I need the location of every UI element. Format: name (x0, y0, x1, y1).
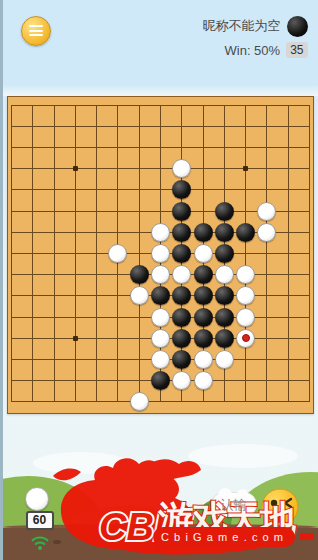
opponent-win-rate: Win: 50% (225, 43, 281, 58)
black-stone (130, 265, 149, 284)
white-stone (236, 308, 255, 327)
black-stone (215, 308, 234, 327)
black-stone (194, 286, 213, 305)
black-stone (194, 265, 213, 284)
black-stone (215, 329, 234, 348)
opponent-badge: 35 (286, 42, 307, 58)
black-stone (151, 371, 170, 390)
black-stone (172, 180, 191, 199)
white-stone (257, 223, 276, 242)
black-stone (172, 244, 191, 263)
white-stone (236, 265, 255, 284)
opponent-name: 昵称不能为空 (203, 17, 281, 35)
resign-button[interactable]: 认输 (211, 492, 257, 517)
white-stone (194, 244, 213, 263)
black-stone (172, 308, 191, 327)
menu-button[interactable] (21, 16, 51, 46)
white-stone (257, 202, 276, 221)
white-stone (172, 159, 191, 178)
opponent-panel: 昵称不能为空 Win: 50% 35 (203, 14, 308, 62)
divider-band (3, 84, 318, 96)
white-stone (151, 244, 170, 263)
white-stone (151, 308, 170, 327)
white-stone (215, 350, 234, 369)
last-move-marker (242, 334, 250, 342)
white-stone (151, 329, 170, 348)
white-stone (194, 371, 213, 390)
white-stone (130, 392, 149, 411)
white-stone (172, 371, 191, 390)
white-stone-avatar (25, 487, 49, 511)
white-stone (172, 265, 191, 284)
black-stone (215, 202, 234, 221)
black-stone (194, 329, 213, 348)
resign-label: 认输 (221, 497, 247, 512)
black-stone (172, 223, 191, 242)
emoji-eye-left (270, 500, 276, 506)
black-stone (151, 286, 170, 305)
app-screen: 昵称不能为空 Win: 50% 35 60 6% (3, 0, 318, 560)
black-stone (172, 286, 191, 305)
white-stone (108, 244, 127, 263)
black-stone (215, 286, 234, 305)
black-stone (215, 244, 234, 263)
white-stone (236, 286, 255, 305)
white-stone (236, 329, 255, 348)
white-stone (151, 223, 170, 242)
white-stone (130, 286, 149, 305)
white-stone (151, 265, 170, 284)
board-stones-layer (7, 96, 314, 412)
black-stone-icon (287, 16, 308, 37)
black-stone (236, 223, 255, 242)
list-menu-icon (29, 25, 43, 37)
player-win-rate: 6% (87, 512, 106, 527)
wifi-icon (31, 536, 49, 551)
gomoku-board[interactable] (7, 96, 314, 414)
black-stone (172, 329, 191, 348)
white-stone (151, 350, 170, 369)
player-time-badge: 60 (26, 511, 54, 530)
black-stone (194, 308, 213, 327)
white-stone (194, 350, 213, 369)
bottom-bar: 60 6% 认输 (3, 480, 318, 560)
black-stone (172, 202, 191, 221)
top-bar: 昵称不能为空 Win: 50% 35 (3, 0, 318, 88)
emoji-button[interactable] (261, 488, 299, 526)
black-stone (215, 223, 234, 242)
black-stone (194, 223, 213, 242)
white-stone (215, 265, 234, 284)
black-stone (172, 350, 191, 369)
